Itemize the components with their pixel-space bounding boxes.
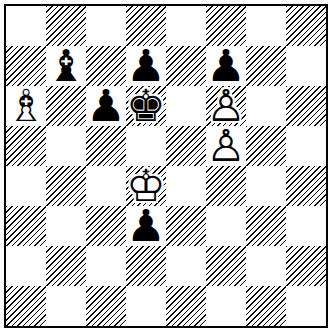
square-g8 [246, 6, 286, 46]
square-b5 [46, 126, 86, 166]
square-a1 [6, 286, 46, 326]
square-c6: ♟♟ [86, 86, 126, 126]
white-pawn: ♙ [206, 85, 246, 125]
square-h1 [286, 286, 326, 326]
square-h7 [286, 46, 326, 86]
square-b1 [46, 286, 86, 326]
square-b6 [46, 86, 86, 126]
square-h4 [286, 166, 326, 206]
square-c4 [86, 166, 126, 206]
black-bishop: ♝ [46, 45, 86, 85]
square-f1 [206, 286, 246, 326]
square-g7 [246, 46, 286, 86]
square-h3 [286, 206, 326, 246]
square-e5 [166, 126, 206, 166]
square-c1 [86, 286, 126, 326]
square-b3 [46, 206, 86, 246]
chess-board: ♝♝♟♟♟♟♝♗♟♟♚♚♟♙♟♙♚♔♟♟ [4, 4, 328, 328]
diagram-frame: ♝♝♟♟♟♟♝♗♟♟♚♚♟♙♟♙♚♔♟♟ [0, 0, 332, 332]
black-pawn: ♟ [126, 205, 166, 245]
white-pawn: ♙ [206, 125, 246, 165]
square-d2 [126, 246, 166, 286]
square-h5 [286, 126, 326, 166]
square-f5: ♟♙ [206, 126, 246, 166]
square-g6 [246, 86, 286, 126]
white-bishop: ♗ [6, 85, 46, 125]
square-f2 [206, 246, 246, 286]
square-e1 [166, 286, 206, 326]
square-g4 [246, 166, 286, 206]
square-c2 [86, 246, 126, 286]
black-pawn: ♟ [86, 85, 126, 125]
square-b2 [46, 246, 86, 286]
square-h2 [286, 246, 326, 286]
black-king: ♚ [126, 85, 166, 125]
square-c8 [86, 6, 126, 46]
square-g3 [246, 206, 286, 246]
square-e2 [166, 246, 206, 286]
black-pawn: ♟ [126, 45, 166, 85]
square-g5 [246, 126, 286, 166]
square-e4 [166, 166, 206, 206]
square-a4 [6, 166, 46, 206]
square-d3: ♟♟ [126, 206, 166, 246]
square-e8 [166, 6, 206, 46]
square-c3 [86, 206, 126, 246]
square-e7 [166, 46, 206, 86]
square-d6: ♚♚ [126, 86, 166, 126]
square-g2 [246, 246, 286, 286]
square-a8 [6, 6, 46, 46]
square-d1 [126, 286, 166, 326]
square-h6 [286, 86, 326, 126]
square-a5 [6, 126, 46, 166]
black-pawn: ♟ [206, 45, 246, 85]
square-b4 [46, 166, 86, 206]
square-a2 [6, 246, 46, 286]
square-f3 [206, 206, 246, 246]
square-b7: ♝♝ [46, 46, 86, 86]
square-f4 [206, 166, 246, 206]
square-e6 [166, 86, 206, 126]
square-h8 [286, 6, 326, 46]
square-a3 [6, 206, 46, 246]
square-e3 [166, 206, 206, 246]
white-king: ♔ [126, 165, 166, 205]
square-a6: ♝♗ [6, 86, 46, 126]
square-g1 [246, 286, 286, 326]
square-c5 [86, 126, 126, 166]
